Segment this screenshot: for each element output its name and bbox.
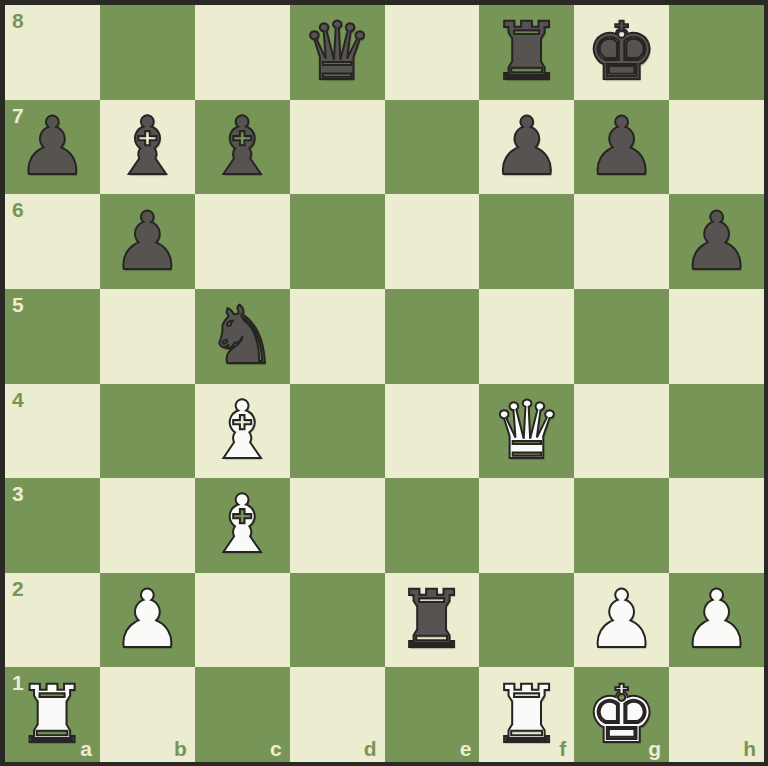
piece-black-rook[interactable]: ♜ [396,580,468,660]
square-g8[interactable]: ♚ [574,5,669,100]
piece-black-knight[interactable]: ♞ [206,296,278,376]
piece-white-rook[interactable]: ♜ [17,675,89,755]
square-d5[interactable] [290,289,385,384]
rank-label-6: 6 [12,199,24,220]
square-c7[interactable]: ♝ [195,100,290,195]
rank-label-4: 4 [12,389,24,410]
rank-label-2: 2 [12,578,24,599]
piece-white-pawn[interactable]: ♟ [586,580,658,660]
piece-black-pawn[interactable]: ♟ [111,202,183,282]
piece-black-pawn[interactable]: ♟ [681,202,753,282]
square-a5[interactable]: 5 [5,289,100,384]
square-e5[interactable] [385,289,480,384]
piece-black-pawn[interactable]: ♟ [17,107,89,187]
square-h4[interactable] [669,384,764,479]
square-h1[interactable]: h [669,667,764,762]
square-b7[interactable]: ♝ [100,100,195,195]
square-a8[interactable]: 8 [5,5,100,100]
square-c1[interactable]: c [195,667,290,762]
square-b3[interactable] [100,478,195,573]
square-c8[interactable] [195,5,290,100]
square-b6[interactable]: ♟ [100,194,195,289]
page: { "game": "chess", "position": { "fen_bo… [0,0,768,766]
chess-board: 8♛♜♚7♟♝♝♟♟6♟♟5♞4♝♛3♝2♟♜♟♟1a♜bcdef♜g♚h [5,5,764,762]
square-h7[interactable] [669,100,764,195]
square-e2[interactable]: ♜ [385,573,480,668]
square-a4[interactable]: 4 [5,384,100,479]
file-label-d: d [364,738,377,759]
square-h8[interactable] [669,5,764,100]
square-e4[interactable] [385,384,480,479]
square-a1[interactable]: 1a♜ [5,667,100,762]
square-b2[interactable]: ♟ [100,573,195,668]
piece-black-pawn[interactable]: ♟ [586,107,658,187]
piece-black-queen[interactable]: ♛ [301,12,373,92]
square-f7[interactable]: ♟ [479,100,574,195]
piece-white-queen[interactable]: ♛ [491,391,563,471]
square-h2[interactable]: ♟ [669,573,764,668]
square-h6[interactable]: ♟ [669,194,764,289]
square-f5[interactable] [479,289,574,384]
square-c2[interactable] [195,573,290,668]
square-a2[interactable]: 2 [5,573,100,668]
square-f1[interactable]: f♜ [479,667,574,762]
piece-white-king[interactable]: ♚ [586,675,658,755]
square-b8[interactable] [100,5,195,100]
square-a7[interactable]: 7♟ [5,100,100,195]
square-d8[interactable]: ♛ [290,5,385,100]
file-label-b: b [174,738,187,759]
square-c5[interactable]: ♞ [195,289,290,384]
square-f8[interactable]: ♜ [479,5,574,100]
piece-white-pawn[interactable]: ♟ [681,580,753,660]
square-g1[interactable]: g♚ [574,667,669,762]
square-a6[interactable]: 6 [5,194,100,289]
square-d4[interactable] [290,384,385,479]
square-g7[interactable]: ♟ [574,100,669,195]
square-e1[interactable]: e [385,667,480,762]
square-c3[interactable]: ♝ [195,478,290,573]
piece-white-rook[interactable]: ♜ [491,675,563,755]
square-d2[interactable] [290,573,385,668]
square-a3[interactable]: 3 [5,478,100,573]
piece-white-bishop[interactable]: ♝ [206,391,278,471]
square-g4[interactable] [574,384,669,479]
rank-label-5: 5 [12,294,24,315]
square-f4[interactable]: ♛ [479,384,574,479]
piece-white-pawn[interactable]: ♟ [111,580,183,660]
square-d7[interactable] [290,100,385,195]
rank-label-3: 3 [12,483,24,504]
piece-black-king[interactable]: ♚ [586,12,658,92]
square-b4[interactable] [100,384,195,479]
file-label-e: e [460,738,472,759]
square-g5[interactable] [574,289,669,384]
square-f3[interactable] [479,478,574,573]
piece-black-rook[interactable]: ♜ [491,12,563,92]
piece-white-bishop[interactable]: ♝ [206,485,278,565]
square-g2[interactable]: ♟ [574,573,669,668]
square-f6[interactable] [479,194,574,289]
square-d3[interactable] [290,478,385,573]
square-e6[interactable] [385,194,480,289]
piece-black-pawn[interactable]: ♟ [491,107,563,187]
file-label-c: c [270,738,282,759]
file-label-h: h [743,738,756,759]
square-e3[interactable] [385,478,480,573]
square-g3[interactable] [574,478,669,573]
square-f2[interactable] [479,573,574,668]
square-e8[interactable] [385,5,480,100]
piece-black-bishop[interactable]: ♝ [111,107,183,187]
square-g6[interactable] [574,194,669,289]
square-d6[interactable] [290,194,385,289]
square-b1[interactable]: b [100,667,195,762]
piece-black-bishop[interactable]: ♝ [206,107,278,187]
square-b5[interactable] [100,289,195,384]
square-h3[interactable] [669,478,764,573]
square-h5[interactable] [669,289,764,384]
square-e7[interactable] [385,100,480,195]
square-c6[interactable] [195,194,290,289]
rank-label-8: 8 [12,10,24,31]
square-d1[interactable]: d [290,667,385,762]
square-c4[interactable]: ♝ [195,384,290,479]
